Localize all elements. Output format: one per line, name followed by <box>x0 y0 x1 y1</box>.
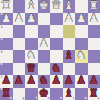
square-e3[interactable] <box>38 25 51 38</box>
white-rook: ♜ <box>89 0 99 12</box>
black-pawn: ♟ <box>1 75 11 87</box>
square-d4[interactable] <box>50 38 63 51</box>
square-e5[interactable] <box>38 50 51 63</box>
square-f7[interactable]: ♟ <box>25 75 38 88</box>
rank-label-1: 1 <box>1 1 3 4</box>
square-g1[interactable] <box>13 0 26 13</box>
square-d2[interactable] <box>50 13 63 26</box>
white-queen: ♛ <box>51 0 61 12</box>
square-d5[interactable] <box>50 50 63 63</box>
file-label-a: a <box>97 97 99 100</box>
black-pawn: ♟ <box>14 75 24 87</box>
rank-label-8: 8 <box>1 88 3 91</box>
square-h3[interactable]: 3 <box>0 25 13 38</box>
square-c3[interactable] <box>63 25 76 38</box>
white-knight: ♞ <box>76 50 86 62</box>
black-queen: ♛ <box>26 63 36 75</box>
square-h6[interactable]: 6 <box>0 63 13 76</box>
square-f4[interactable] <box>25 38 38 51</box>
square-d3[interactable] <box>50 25 63 38</box>
white-pawn: ♟ <box>39 38 49 50</box>
square-b4[interactable] <box>75 38 88 51</box>
black-pawn: ♟ <box>26 75 36 87</box>
square-d7[interactable]: ♟ <box>50 75 63 88</box>
square-a7[interactable]: ♟ <box>88 75 101 88</box>
square-b3[interactable] <box>75 25 88 38</box>
square-d1[interactable]: ♛ <box>50 0 63 13</box>
square-g5[interactable] <box>13 50 26 63</box>
black-bishop: ♝ <box>64 50 74 62</box>
square-d6[interactable]: ♞ <box>50 63 63 76</box>
square-h2[interactable]: ♟2 <box>0 13 13 26</box>
rank-label-4: 4 <box>1 38 3 41</box>
square-b2[interactable]: ♟ <box>75 13 88 26</box>
square-f6[interactable]: ♛ <box>25 63 38 76</box>
square-a1[interactable]: ♜ <box>88 0 101 13</box>
square-b6[interactable] <box>75 63 88 76</box>
black-knight: ♞ <box>51 63 61 75</box>
square-g4[interactable] <box>13 38 26 51</box>
white-bishop: ♝ <box>64 0 74 12</box>
white-pawn: ♟ <box>76 13 86 25</box>
square-f5[interactable]: ♞ <box>25 50 38 63</box>
black-king: ♚ <box>39 88 49 100</box>
black-knight: ♞ <box>39 75 49 87</box>
square-f3[interactable] <box>25 25 38 38</box>
black-pawn: ♟ <box>76 75 86 87</box>
square-a5[interactable] <box>88 50 101 63</box>
white-rook: ♜ <box>1 0 11 12</box>
square-e6[interactable] <box>38 63 51 76</box>
white-pawn: ♟ <box>26 13 36 25</box>
square-e1[interactable]: ♚ <box>38 0 51 13</box>
square-f1[interactable]: ♝ <box>25 0 38 13</box>
square-h1[interactable]: ♜1 <box>0 0 13 13</box>
white-knight: ♞ <box>26 50 36 62</box>
square-c6[interactable] <box>63 63 76 76</box>
square-c7[interactable]: ♟ <box>63 75 76 88</box>
white-pawn: ♟ <box>89 13 99 25</box>
square-a2[interactable]: ♟ <box>88 13 101 26</box>
white-king: ♚ <box>39 0 49 12</box>
chess-board: ♜1♝♚♛♝♜♟2♟♟♟♟♟34♟5♞♝♞6♛♞♟7♟♟♞♟♟♟♟♜8hgf♚e… <box>0 0 100 100</box>
square-g8[interactable]: g <box>13 88 26 101</box>
square-c2[interactable]: ♟ <box>63 13 76 26</box>
rank-label-6: 6 <box>1 63 3 66</box>
square-e4[interactable]: ♟ <box>38 38 51 51</box>
white-bishop: ♝ <box>26 0 36 12</box>
square-f8[interactable]: f <box>25 88 38 101</box>
square-h5[interactable]: 5 <box>0 50 13 63</box>
square-a8[interactable]: ♜a <box>88 88 101 101</box>
square-b5[interactable]: ♞ <box>75 50 88 63</box>
rank-label-5: 5 <box>1 51 3 54</box>
white-pawn: ♟ <box>14 13 24 25</box>
black-rook: ♜ <box>89 88 99 100</box>
square-e7[interactable]: ♞ <box>38 75 51 88</box>
square-e8[interactable]: ♚e <box>38 88 51 101</box>
square-h7[interactable]: ♟7 <box>0 75 13 88</box>
square-c5[interactable]: ♝ <box>63 50 76 63</box>
square-h8[interactable]: ♜8h <box>0 88 13 101</box>
square-b7[interactable]: ♟ <box>75 75 88 88</box>
square-g7[interactable]: ♟ <box>13 75 26 88</box>
square-c1[interactable]: ♝ <box>63 0 76 13</box>
black-pawn: ♟ <box>89 75 99 87</box>
square-g3[interactable] <box>13 25 26 38</box>
square-f2[interactable]: ♟ <box>25 13 38 26</box>
white-pawn: ♟ <box>1 13 11 25</box>
black-bishop: ♝ <box>64 88 74 100</box>
square-e2[interactable] <box>38 13 51 26</box>
black-pawn: ♟ <box>51 75 61 87</box>
square-a3[interactable] <box>88 25 101 38</box>
square-a4[interactable] <box>88 38 101 51</box>
black-pawn: ♟ <box>64 75 74 87</box>
square-b8[interactable]: b <box>75 88 88 101</box>
rank-label-2: 2 <box>1 13 3 16</box>
square-h4[interactable]: 4 <box>0 38 13 51</box>
square-b1[interactable] <box>75 0 88 13</box>
rank-label-3: 3 <box>1 26 3 29</box>
square-g2[interactable]: ♟ <box>13 13 26 26</box>
square-d8[interactable]: d <box>50 88 63 101</box>
white-pawn: ♟ <box>64 13 74 25</box>
rank-label-7: 7 <box>1 76 3 79</box>
square-g6[interactable] <box>13 63 26 76</box>
square-c8[interactable]: ♝c <box>63 88 76 101</box>
square-a6[interactable] <box>88 63 101 76</box>
square-c4[interactable] <box>63 38 76 51</box>
black-rook: ♜ <box>1 88 11 100</box>
